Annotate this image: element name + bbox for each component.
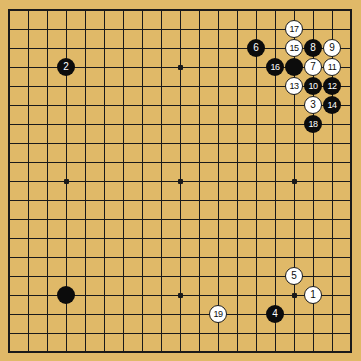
stone-white-s16-move-11[interactable]: 11 (323, 58, 341, 76)
stone-white-q5-move-5[interactable]: 5 (285, 267, 303, 285)
stone-black-d16-move-2[interactable]: 2 (57, 58, 75, 76)
stone-white-m3-move-19[interactable]: 19 (209, 305, 227, 323)
stone-black-s14-move-14[interactable]: 14 (323, 96, 341, 114)
stone-black-r17-move-8[interactable]: 8 (304, 39, 322, 57)
go-board[interactable]: 12345678910111213141516171819 (0, 0, 361, 361)
stone-white-q18-move-17[interactable]: 17 (285, 20, 303, 38)
stone-white-s17-move-9[interactable]: 9 (323, 39, 341, 57)
stone-black-r13-move-18[interactable]: 18 (304, 115, 322, 133)
stone-white-q15-move-13[interactable]: 13 (285, 77, 303, 95)
stones-layer: 12345678910111213141516171819 (0, 1, 361, 361)
stone-black-r15-move-10[interactable]: 10 (304, 77, 322, 95)
stone-white-r14-move-3[interactable]: 3 (304, 96, 322, 114)
stone-black-p3-move-4[interactable]: 4 (266, 305, 284, 323)
stone-black-q16-setup[interactable] (285, 58, 303, 76)
stone-white-r16-move-7[interactable]: 7 (304, 58, 322, 76)
stone-white-q17-move-15[interactable]: 15 (285, 39, 303, 57)
stone-black-d4-setup[interactable] (57, 286, 75, 304)
stone-white-r4-move-1[interactable]: 1 (304, 286, 322, 304)
stone-black-s15-move-12[interactable]: 12 (323, 77, 341, 95)
stone-black-p16-move-16[interactable]: 16 (266, 58, 284, 76)
stone-black-o17-move-6[interactable]: 6 (247, 39, 265, 57)
